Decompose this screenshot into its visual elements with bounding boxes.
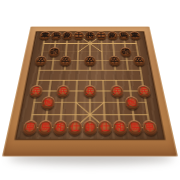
piece-red-advisor[interactable]: 仕: [98, 121, 113, 136]
piece-red-horse[interactable]: 馬: [37, 121, 53, 136]
board-cells: 車馬象士將士象馬車砲砲卒卒卒卒卒兵兵兵兵兵炮炮車馬相仕帥仕相馬車: [21, 32, 158, 135]
piece-glyph: 象: [64, 33, 72, 39]
intersection-i0[interactable]: 車: [141, 121, 158, 135]
intersection-e2[interactable]: [83, 97, 97, 109]
intersection-i9[interactable]: 車: [129, 32, 141, 40]
piece-red-soldier[interactable]: 兵: [110, 85, 124, 97]
intersection-b4[interactable]: [44, 76, 58, 86]
piece-red-advisor[interactable]: 仕: [67, 121, 82, 136]
piece-glyph: 車: [144, 123, 155, 133]
piece-red-elephant[interactable]: 相: [112, 121, 128, 136]
intersection-g3[interactable]: 兵: [110, 86, 124, 97]
intersection-h7[interactable]: 砲: [119, 48, 132, 57]
piece-black-advisor[interactable]: 士: [96, 32, 107, 40]
piece-glyph: 兵: [86, 87, 95, 95]
piece-glyph: 將: [86, 33, 93, 39]
intersection-f4[interactable]: [96, 76, 109, 86]
piece-black-elephant[interactable]: 象: [107, 32, 119, 40]
piece-red-soldier[interactable]: 兵: [56, 85, 70, 97]
intersection-g6[interactable]: 卒: [108, 57, 121, 66]
piece-glyph: 卒: [110, 58, 119, 65]
piece-glyph: 車: [24, 123, 35, 133]
piece-glyph: 馬: [52, 33, 60, 39]
intersection-c3[interactable]: 兵: [56, 86, 70, 97]
piece-black-general[interactable]: 將: [84, 32, 95, 40]
intersection-d4[interactable]: [70, 76, 83, 86]
piece-glyph: 兵: [31, 87, 41, 95]
intersection-e3[interactable]: 兵: [83, 86, 97, 97]
piece-red-general[interactable]: 帥: [83, 121, 98, 136]
piece-black-soldier[interactable]: 卒: [108, 56, 121, 66]
intersection-i3[interactable]: 兵: [136, 86, 151, 97]
piece-black-soldier[interactable]: 卒: [84, 56, 96, 66]
piece-glyph: 仕: [100, 123, 110, 133]
piece-glyph: 士: [98, 33, 106, 39]
piece-black-cannon[interactable]: 砲: [119, 48, 132, 57]
piece-glyph: 馬: [40, 123, 51, 133]
piece-glyph: 炮: [43, 98, 53, 107]
piece-glyph: 仕: [70, 123, 80, 133]
intersection-i5[interactable]: [134, 66, 148, 76]
piece-glyph: 砲: [122, 49, 131, 55]
piece-red-soldier[interactable]: 兵: [83, 85, 96, 97]
piece-red-elephant[interactable]: 相: [52, 121, 68, 136]
intersection-e5[interactable]: [84, 66, 97, 76]
intersection-d2[interactable]: [69, 97, 83, 109]
piece-glyph: 車: [41, 33, 49, 39]
intersection-e6[interactable]: 卒: [84, 57, 96, 66]
intersection-h2[interactable]: 炮: [124, 97, 139, 109]
intersection-i6[interactable]: 卒: [132, 57, 146, 66]
xiangqi-board: 車馬象士將士象馬車砲砲卒卒卒卒卒兵兵兵兵兵炮炮車馬相仕帥仕相馬車: [2, 27, 178, 157]
intersection-g2[interactable]: [111, 97, 126, 109]
intersection-d5[interactable]: [71, 66, 84, 76]
intersection-f9[interactable]: 士: [96, 32, 108, 40]
piece-glyph: 兵: [112, 87, 121, 95]
piece-glyph: 車: [131, 33, 139, 39]
intersection-d0[interactable]: 仕: [67, 121, 83, 135]
piece-glyph: 卒: [36, 58, 45, 65]
piece-red-horse[interactable]: 馬: [127, 121, 143, 136]
piece-red-cannon[interactable]: 炮: [124, 96, 139, 109]
intersection-e0[interactable]: 帥: [82, 121, 97, 135]
piece-glyph: 砲: [50, 49, 59, 55]
piece-red-chariot[interactable]: 車: [142, 121, 159, 136]
intersection-i2[interactable]: [138, 97, 154, 109]
piece-glyph: 馬: [120, 33, 128, 39]
intersection-f3[interactable]: [97, 86, 111, 97]
piece-black-horse[interactable]: 馬: [118, 32, 130, 40]
intersection-g0[interactable]: 相: [112, 121, 128, 135]
intersection-g9[interactable]: 象: [107, 32, 119, 40]
intersection-c5[interactable]: [58, 66, 71, 76]
intersection-d9[interactable]: 士: [73, 32, 85, 40]
xiangqi-scene: 車馬象士將士象馬車砲砲卒卒卒卒卒兵兵兵兵兵炮炮車馬相仕帥仕相馬車: [0, 0, 180, 180]
intersection-c0[interactable]: 相: [52, 121, 68, 135]
piece-glyph: 卒: [61, 58, 70, 65]
intersection-b2[interactable]: 炮: [40, 97, 55, 109]
piece-glyph: 兵: [139, 87, 149, 95]
intersection-d3[interactable]: [69, 86, 83, 97]
piece-glyph: 士: [75, 33, 83, 39]
piece-glyph: 卒: [135, 58, 144, 65]
piece-glyph: 相: [55, 123, 66, 133]
piece-glyph: 卒: [86, 58, 94, 65]
intersection-b5[interactable]: [45, 66, 59, 76]
intersection-f5[interactable]: [96, 66, 109, 76]
piece-glyph: 馬: [129, 123, 140, 133]
piece-glyph: 炮: [127, 98, 137, 107]
piece-glyph: 象: [109, 33, 117, 39]
intersection-c2[interactable]: [55, 97, 70, 109]
intersection-f0[interactable]: 仕: [97, 121, 113, 135]
intersection-g5[interactable]: [109, 66, 122, 76]
intersection-h0[interactable]: 馬: [127, 121, 144, 135]
intersection-b0[interactable]: 馬: [37, 121, 54, 135]
intersection-e9[interactable]: 將: [84, 32, 95, 40]
intersection-f2[interactable]: [97, 97, 111, 109]
intersection-h9[interactable]: 馬: [118, 32, 130, 40]
piece-glyph: 帥: [85, 123, 95, 133]
piece-glyph: 相: [115, 123, 126, 133]
piece-glyph: 兵: [58, 87, 67, 95]
intersection-c6[interactable]: 卒: [59, 57, 72, 66]
